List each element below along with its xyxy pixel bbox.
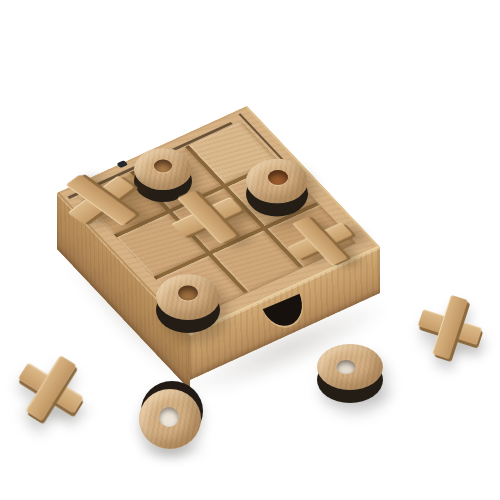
o-piece-loose-leaning-front[interactable]: [139, 389, 201, 449]
ring-hole: [337, 360, 356, 374]
ring-hole: [159, 407, 179, 427]
ring-hole: [154, 159, 172, 172]
o-piece-loose-flat-right[interactable]: [317, 344, 383, 390]
o-piece-r1c2[interactable]: [134, 148, 192, 190]
o-piece-r2c3[interactable]: [246, 159, 308, 204]
lid-slot-gap: [116, 160, 128, 168]
o-piece-r3c1[interactable]: [156, 274, 220, 320]
product-photo-scene: [0, 0, 500, 500]
ring-hole: [178, 286, 198, 301]
ring-hole: [268, 170, 288, 185]
loose-x-shadow-bottom-left: [12, 402, 98, 422]
